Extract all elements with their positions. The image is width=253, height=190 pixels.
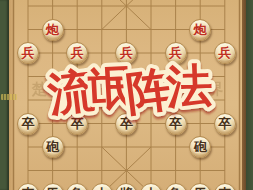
screenshot-frame: 楚 河 汉 界 車馬相仕帥仕相馬車炮炮兵兵兵兵兵卒卒卒卒卒砲砲車馬象士將士象馬車… (0, 0, 253, 190)
piece-red-soldier[interactable]: 兵 (165, 42, 187, 64)
piece-black-cannon[interactable]: 砲 (42, 136, 64, 158)
piece-label: 馬 (194, 187, 207, 190)
piece-label: 兵 (169, 46, 182, 59)
piece-label: 卒 (120, 117, 133, 130)
piece-label: 車 (218, 187, 231, 190)
piece-black-soldier[interactable]: 卒 (17, 113, 39, 135)
river-text-right: 汉 界 (164, 80, 235, 99)
piece-red-soldier[interactable]: 兵 (17, 42, 39, 64)
piece-label: 兵 (71, 46, 84, 59)
piece-label: 炮 (194, 23, 207, 36)
piece-label: 卒 (71, 117, 84, 130)
piece-label: 象 (71, 187, 84, 190)
piece-label: 砲 (194, 140, 207, 153)
piece-label: 將 (120, 187, 133, 190)
piece-label: 兵 (120, 46, 133, 59)
piece-black-soldier[interactable]: 卒 (165, 113, 187, 135)
piece-black-soldier[interactable]: 卒 (214, 113, 236, 135)
piece-label: 馬 (46, 187, 59, 190)
piece-red-cannon[interactable]: 炮 (42, 19, 64, 41)
piece-label: 士 (95, 187, 108, 190)
piece-label: 兵 (218, 46, 231, 59)
piece-red-soldier[interactable]: 兵 (214, 42, 236, 64)
piece-label: 卒 (22, 117, 35, 130)
piece-label: 炮 (46, 23, 59, 36)
piece-label: 車 (22, 187, 35, 190)
piece-label: 砲 (46, 140, 59, 153)
piece-red-cannon[interactable]: 炮 (189, 19, 211, 41)
watermark (1, 94, 17, 100)
piece-label: 卒 (218, 117, 231, 130)
piece-label: 象 (169, 187, 182, 190)
piece-black-soldier[interactable]: 卒 (115, 113, 137, 135)
river-text-left: 楚 河 (32, 80, 103, 99)
piece-label: 兵 (22, 46, 35, 59)
piece-label: 士 (145, 187, 158, 190)
piece-label: 卒 (169, 117, 182, 130)
piece-black-soldier[interactable]: 卒 (66, 113, 88, 135)
